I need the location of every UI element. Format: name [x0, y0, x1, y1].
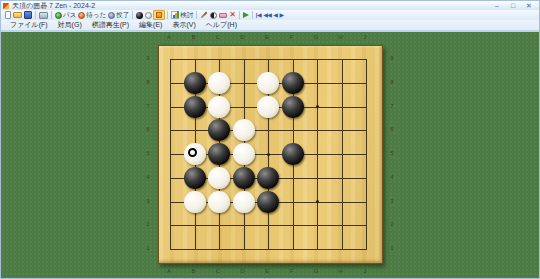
eraser-tool-button[interactable]	[218, 10, 228, 20]
board-area: AABBCCDDEEFFGGHHJJ998877665544332211	[1, 32, 539, 278]
goban[interactable]	[158, 45, 383, 264]
coord-label-top: H	[335, 33, 347, 41]
coord-label-left: 2	[143, 220, 153, 228]
new-file-button[interactable]	[4, 10, 12, 20]
coord-label-left: 9	[143, 54, 153, 62]
black-stone-F7[interactable]	[282, 96, 304, 118]
play-icon	[243, 12, 249, 18]
coord-label-left: 8	[143, 78, 153, 86]
white-stone-D6[interactable]	[233, 119, 255, 141]
board-view-icon	[156, 12, 162, 18]
delete-x-icon: ✕	[229, 10, 236, 20]
coord-label-bottom: G	[310, 267, 322, 275]
black-stone-B8[interactable]	[184, 72, 206, 94]
grid-line	[342, 59, 343, 250]
menu-help[interactable]: ヘルプ(H)	[201, 20, 242, 30]
black-stone-icon	[136, 12, 143, 19]
back-ten-icon: ◀◀	[263, 10, 271, 20]
save-button[interactable]	[23, 10, 33, 20]
coord-label-right: 5	[387, 149, 397, 157]
black-stone-C5[interactable]	[208, 143, 230, 165]
nav-back10-button[interactable]: ◀◀	[262, 10, 272, 20]
white-stone-D5[interactable]	[233, 143, 255, 165]
analysis-chart-icon	[171, 11, 179, 19]
black-stone-D4[interactable]	[233, 167, 255, 189]
coord-label-top: G	[310, 33, 322, 41]
toolbar-separator	[51, 11, 52, 19]
coord-label-bottom: D	[237, 267, 249, 275]
titlebar: 天頂の囲碁 7 Zen - 2024-2 – □ ✕	[1, 1, 539, 10]
toolbar: パス 待った 投了 検討 ✕ |◀ ◀◀ ◀ ▶	[1, 10, 539, 20]
window-title: 天頂の囲碁 7 Zen - 2024-2	[12, 1, 489, 10]
coord-label-left: 6	[143, 125, 153, 133]
toolbar-separator	[196, 11, 197, 19]
grid-line	[170, 249, 367, 250]
coord-label-right: 8	[387, 78, 397, 86]
nav-forward-button[interactable]: ▶	[278, 10, 284, 20]
delete-button[interactable]: ✕	[228, 10, 237, 20]
open-file-button[interactable]	[12, 10, 23, 20]
toolbar-separator	[167, 11, 168, 19]
first-move-icon: |◀	[256, 10, 261, 20]
back-icon: ◀	[273, 10, 277, 20]
white-stone-C7[interactable]	[208, 96, 230, 118]
toolbar-separator	[132, 11, 133, 19]
undo-button[interactable]: 待った	[77, 10, 107, 20]
print-button[interactable]	[38, 10, 49, 20]
close-button[interactable]: ✕	[521, 1, 537, 10]
coord-label-right: 6	[387, 125, 397, 133]
eraser-icon	[219, 13, 227, 18]
toolbar-separator	[252, 11, 253, 19]
coord-label-right: 7	[387, 102, 397, 110]
last-move-marker	[188, 148, 197, 157]
play-button[interactable]	[242, 10, 250, 20]
coord-label-bottom: E	[261, 267, 273, 275]
white-stone-C8[interactable]	[208, 72, 230, 94]
white-stone-D3[interactable]	[233, 191, 255, 213]
star-point	[316, 200, 319, 203]
black-stone-F5[interactable]	[282, 143, 304, 165]
black-stone-E3[interactable]	[257, 191, 279, 213]
white-stone-icon	[145, 12, 152, 19]
coord-label-top: A	[163, 33, 175, 41]
board-view-toggle-button[interactable]	[153, 10, 165, 20]
black-stone-E4[interactable]	[257, 167, 279, 189]
open-folder-icon	[13, 12, 22, 18]
coord-label-top: E	[261, 33, 273, 41]
resign-button[interactable]: 投了	[107, 10, 130, 20]
new-file-icon	[5, 11, 11, 19]
coord-label-top: F	[286, 33, 298, 41]
app-window: 天頂の囲碁 7 Zen - 2024-2 – □ ✕ パス 待った 投了 検	[0, 0, 540, 279]
printer-icon	[39, 12, 48, 19]
white-stone-C3[interactable]	[208, 191, 230, 213]
white-stone-button[interactable]	[144, 10, 153, 20]
white-stone-C4[interactable]	[208, 167, 230, 189]
coord-label-left: 3	[143, 197, 153, 205]
star-point	[267, 153, 270, 156]
coord-label-bottom: C	[212, 267, 224, 275]
pen-tool-button[interactable]	[199, 10, 209, 20]
menubar: ファイル(F) 対局(G) 棋譜再生(P) 編集(E) 表示(V) ヘルプ(H)	[1, 20, 539, 32]
coord-label-bottom: H	[335, 267, 347, 275]
coord-label-right: 1	[387, 244, 397, 252]
maximize-button[interactable]: □	[505, 1, 521, 10]
grid-line	[317, 59, 318, 250]
minimize-button[interactable]: –	[489, 1, 505, 10]
stone-tool-button[interactable]	[209, 10, 218, 20]
pen-icon	[201, 11, 208, 18]
grid-line	[366, 59, 367, 250]
coord-label-right: 2	[387, 220, 397, 228]
toolbar-separator	[239, 11, 240, 19]
app-icon	[3, 3, 9, 9]
black-stone-B4[interactable]	[184, 167, 206, 189]
menu-file[interactable]: ファイル(F)	[5, 20, 53, 30]
coord-label-top: J	[359, 33, 371, 41]
save-floppy-icon	[24, 11, 32, 19]
coord-label-bottom: A	[163, 267, 175, 275]
analyze-button[interactable]: 検討	[170, 10, 194, 20]
coord-label-top: C	[212, 33, 224, 41]
pass-button[interactable]: パス	[54, 10, 77, 20]
coord-label-top: B	[188, 33, 200, 41]
coord-label-left: 4	[143, 173, 153, 181]
coord-label-left: 7	[143, 102, 153, 110]
toolbar-separator	[35, 11, 36, 19]
menu-edit[interactable]: 編集(E)	[134, 20, 167, 30]
black-stone-F8[interactable]	[282, 72, 304, 94]
white-stone-B3[interactable]	[184, 191, 206, 213]
coord-label-bottom: F	[286, 267, 298, 275]
white-stone-E8[interactable]	[257, 72, 279, 94]
coord-label-right: 4	[387, 173, 397, 181]
undo-icon	[78, 12, 85, 19]
coord-label-left: 1	[143, 244, 153, 252]
resign-icon	[108, 12, 115, 19]
black-stone-C6[interactable]	[208, 119, 230, 141]
grid-line	[170, 225, 367, 226]
white-stone-E7[interactable]	[257, 96, 279, 118]
menu-view[interactable]: 表示(V)	[167, 20, 200, 30]
coord-label-top: D	[237, 33, 249, 41]
forward-icon: ▶	[279, 10, 283, 20]
coord-label-bottom: J	[359, 267, 371, 275]
nav-first-button[interactable]: |◀	[255, 10, 262, 20]
menu-game[interactable]: 対局(G)	[53, 20, 87, 30]
pass-icon	[55, 12, 62, 19]
black-stone-button[interactable]	[135, 10, 144, 20]
stones-icon	[210, 12, 217, 19]
coord-label-bottom: B	[188, 267, 200, 275]
coord-label-right: 9	[387, 54, 397, 62]
menu-replay[interactable]: 棋譜再生(P)	[87, 20, 134, 30]
black-stone-B7[interactable]	[184, 96, 206, 118]
coord-label-right: 3	[387, 197, 397, 205]
coord-label-left: 5	[143, 149, 153, 157]
star-point	[316, 105, 319, 108]
